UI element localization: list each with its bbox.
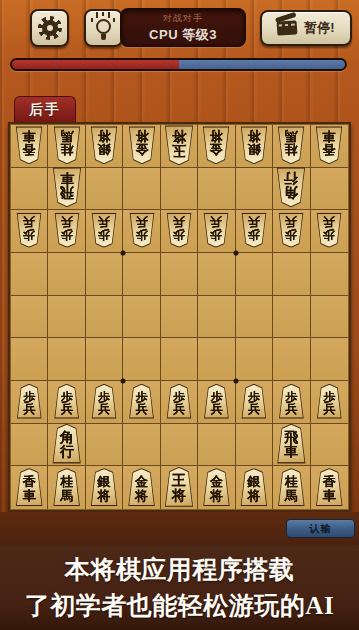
board-cell[interactable] xyxy=(11,424,48,467)
board-cell[interactable]: 角行 xyxy=(273,168,310,211)
board-cell[interactable]: 歩兵 xyxy=(236,381,273,424)
shogi-piece-face: 歩兵 xyxy=(166,214,192,247)
board-cell[interactable] xyxy=(123,253,160,296)
shogi-piece-face: 歩兵 xyxy=(166,385,192,418)
shogi-piece[interactable]: 歩兵 xyxy=(128,213,156,248)
shogi-piece-face: 飛車 xyxy=(276,425,306,463)
hint-button[interactable] xyxy=(84,9,123,47)
shogi-piece[interactable]: 銀将 xyxy=(239,468,269,506)
star-point xyxy=(233,379,238,384)
shogi-piece[interactable]: 歩兵 xyxy=(240,213,268,248)
board-cell[interactable] xyxy=(86,296,123,339)
board-cell[interactable]: 金将 xyxy=(123,125,160,168)
board-cell[interactable]: 香車 xyxy=(11,125,48,168)
board-cell[interactable] xyxy=(123,424,160,467)
board-cell[interactable] xyxy=(11,338,48,381)
board-cell[interactable] xyxy=(198,253,235,296)
resign-button[interactable]: 认输 xyxy=(286,519,355,538)
board-cell[interactable] xyxy=(198,424,235,467)
board-cell[interactable]: 桂馬 xyxy=(273,125,310,168)
board-cell[interactable] xyxy=(48,296,85,339)
shogi-piece[interactable]: 桂馬 xyxy=(52,126,82,164)
shogi-piece[interactable]: 歩兵 xyxy=(277,384,305,419)
shogi-piece[interactable]: 歩兵 xyxy=(53,384,81,419)
board-cell[interactable]: 飛車 xyxy=(273,424,310,467)
shogi-piece[interactable]: 金将 xyxy=(127,468,157,506)
shogi-piece-face: 香車 xyxy=(15,127,43,163)
shogi-piece-face: 玉将 xyxy=(164,126,194,164)
shogi-piece-face: 金将 xyxy=(202,127,230,163)
shogi-piece[interactable]: 銀将 xyxy=(239,126,269,164)
shogi-piece-face: 角行 xyxy=(52,425,82,463)
evaluation-bar xyxy=(10,58,347,71)
shogi-piece-face: 銀将 xyxy=(240,127,268,163)
shogi-piece[interactable]: 歩兵 xyxy=(15,213,43,248)
board-cell[interactable] xyxy=(273,296,310,339)
star-point xyxy=(121,251,126,256)
board-cell[interactable] xyxy=(311,338,348,381)
pause-button-label: 暂停! xyxy=(304,19,334,37)
board-cell[interactable] xyxy=(311,168,348,211)
shogi-piece-face: 銀将 xyxy=(240,469,268,505)
board-cell[interactable] xyxy=(86,424,123,467)
shogi-board[interactable]: 香車桂馬銀将金将玉将金将銀将桂馬香車飛車角行歩兵歩兵歩兵歩兵歩兵歩兵歩兵歩兵歩兵… xyxy=(8,122,351,512)
board-cell[interactable]: 歩兵 xyxy=(11,381,48,424)
shogi-piece[interactable]: 玉将 xyxy=(163,125,195,165)
board-cell[interactable]: 歩兵 xyxy=(236,210,273,253)
shogi-piece[interactable]: 香車 xyxy=(14,468,44,506)
shogi-piece-face: 桂馬 xyxy=(277,127,305,163)
board-cell[interactable] xyxy=(11,168,48,211)
board-cell[interactable]: 金将 xyxy=(198,466,235,509)
board-cell[interactable] xyxy=(161,168,198,211)
board-cell[interactable]: 歩兵 xyxy=(48,381,85,424)
shogi-piece[interactable]: 角行 xyxy=(275,168,307,208)
shogi-piece[interactable]: 飛車 xyxy=(51,168,83,208)
shogi-piece-face: 歩兵 xyxy=(91,385,117,418)
shogi-piece-face: 銀将 xyxy=(90,127,118,163)
board-cell[interactable] xyxy=(86,338,123,381)
board-cell[interactable]: 桂馬 xyxy=(273,466,310,509)
shogi-piece[interactable]: 歩兵 xyxy=(53,213,81,248)
board-cell[interactable]: 歩兵 xyxy=(161,210,198,253)
shogi-piece[interactable]: 歩兵 xyxy=(165,384,193,419)
board-cell[interactable]: 歩兵 xyxy=(161,381,198,424)
board-cell[interactable] xyxy=(48,338,85,381)
board-cell[interactable] xyxy=(161,296,198,339)
shogi-piece-face: 銀将 xyxy=(90,469,118,505)
board-cell[interactable] xyxy=(311,253,348,296)
shogi-piece-face: 歩兵 xyxy=(278,214,304,247)
board-cell[interactable]: 歩兵 xyxy=(311,210,348,253)
evaluation-bar-blue xyxy=(179,60,346,69)
shogi-piece[interactable]: 歩兵 xyxy=(240,384,268,419)
board-cell[interactable]: 歩兵 xyxy=(123,210,160,253)
pause-button[interactable]: 暂停! xyxy=(260,10,352,46)
board-cell[interactable] xyxy=(273,338,310,381)
settings-button[interactable] xyxy=(30,9,69,47)
shogi-piece-face: 桂馬 xyxy=(53,469,81,505)
shogi-piece-face: 金将 xyxy=(202,469,230,505)
shogi-piece-face: 桂馬 xyxy=(53,127,81,163)
shogi-piece-face: 歩兵 xyxy=(241,214,267,247)
board-cell[interactable] xyxy=(123,296,160,339)
board-cell[interactable] xyxy=(236,338,273,381)
shogi-piece[interactable]: 飛車 xyxy=(275,424,307,464)
board-cell[interactable]: 歩兵 xyxy=(48,210,85,253)
bulb-icon xyxy=(96,19,111,34)
shogi-piece[interactable]: 金将 xyxy=(127,126,157,164)
evaluation-bar-red xyxy=(12,60,179,69)
board-cell[interactable]: 銀将 xyxy=(86,466,123,509)
board-cell[interactable] xyxy=(161,253,198,296)
board-cell[interactable] xyxy=(236,168,273,211)
shogi-piece[interactable]: 歩兵 xyxy=(165,213,193,248)
opponent-panel: 对战对手 CPU 等级3 xyxy=(120,8,246,47)
board-cell[interactable]: 香車 xyxy=(11,466,48,509)
board-cell[interactable] xyxy=(86,168,123,211)
opponent-label: 对战对手 xyxy=(163,12,203,25)
shogi-piece[interactable]: 歩兵 xyxy=(90,213,118,248)
board-cell[interactable] xyxy=(311,424,348,467)
board-cell[interactable]: 歩兵 xyxy=(273,210,310,253)
shogi-piece[interactable]: 桂馬 xyxy=(276,468,306,506)
shogi-piece-face: 歩兵 xyxy=(16,214,42,247)
shogi-piece-face: 歩兵 xyxy=(91,214,117,247)
shogi-piece[interactable]: 歩兵 xyxy=(315,213,343,248)
board-cell[interactable]: 歩兵 xyxy=(86,381,123,424)
board-cell[interactable] xyxy=(11,296,48,339)
caption-line-1: 本将棋应用程序搭载 xyxy=(65,553,295,586)
shogi-piece-face: 香車 xyxy=(315,469,343,505)
board-cell[interactable] xyxy=(123,338,160,381)
shogi-piece[interactable]: 香車 xyxy=(314,126,344,164)
board-cell[interactable]: 銀将 xyxy=(86,125,123,168)
shogi-piece-face: 金将 xyxy=(128,469,156,505)
shogi-piece[interactable]: 歩兵 xyxy=(277,213,305,248)
shogi-piece-face: 歩兵 xyxy=(129,385,155,418)
shogi-piece[interactable]: 王将 xyxy=(163,467,195,507)
board-cell[interactable]: 桂馬 xyxy=(48,125,85,168)
star-point xyxy=(233,251,238,256)
board-cell[interactable]: 歩兵 xyxy=(273,381,310,424)
shogi-piece-face: 歩兵 xyxy=(203,214,229,247)
board-cell[interactable] xyxy=(198,296,235,339)
shogi-piece[interactable]: 香車 xyxy=(14,126,44,164)
shogi-piece[interactable]: 歩兵 xyxy=(202,213,230,248)
shogi-piece[interactable]: 桂馬 xyxy=(52,468,82,506)
shogi-piece-face: 歩兵 xyxy=(278,385,304,418)
board-cell[interactable]: 金将 xyxy=(198,125,235,168)
board-cell[interactable]: 香車 xyxy=(311,125,348,168)
shogi-piece[interactable]: 歩兵 xyxy=(202,384,230,419)
shogi-piece[interactable]: 銀将 xyxy=(89,468,119,506)
board-cell[interactable]: 銀将 xyxy=(236,125,273,168)
board-cell[interactable]: 桂馬 xyxy=(48,466,85,509)
caption-area: 本将棋应用程序搭载 了初学者也能轻松游玩的AI xyxy=(0,545,359,630)
shogi-piece[interactable]: 金将 xyxy=(201,468,231,506)
shogi-piece[interactable]: 銀将 xyxy=(89,126,119,164)
board-cell[interactable] xyxy=(236,424,273,467)
shogi-piece[interactable]: 歩兵 xyxy=(15,384,43,419)
opponent-value: CPU 等级3 xyxy=(149,26,217,44)
board-cell[interactable]: 玉将 xyxy=(161,125,198,168)
gear-icon xyxy=(38,16,62,40)
board-cell[interactable]: 王将 xyxy=(161,466,198,509)
board-cell[interactable]: 歩兵 xyxy=(123,381,160,424)
shogi-piece-face: 桂馬 xyxy=(277,469,305,505)
board-cell[interactable]: 歩兵 xyxy=(311,381,348,424)
shogi-piece-face: 歩兵 xyxy=(241,385,267,418)
board-cell[interactable]: 歩兵 xyxy=(86,210,123,253)
shogi-piece-face: 香車 xyxy=(15,469,43,505)
board-cell[interactable] xyxy=(236,296,273,339)
star-point xyxy=(121,379,126,384)
shogi-piece[interactable]: 香車 xyxy=(314,468,344,506)
board-cell[interactable]: 歩兵 xyxy=(198,381,235,424)
shogi-piece-face: 飛車 xyxy=(52,169,82,207)
board-cell[interactable] xyxy=(123,168,160,211)
shogi-piece-face: 金将 xyxy=(128,127,156,163)
board-grid: 香車桂馬銀将金将玉将金将銀将桂馬香車飛車角行歩兵歩兵歩兵歩兵歩兵歩兵歩兵歩兵歩兵… xyxy=(11,125,348,509)
shogi-piece[interactable]: 桂馬 xyxy=(276,126,306,164)
shogi-piece[interactable]: 歩兵 xyxy=(90,384,118,419)
shogi-piece[interactable]: 金将 xyxy=(201,126,231,164)
board-cell[interactable] xyxy=(198,338,235,381)
shogi-piece-face: 歩兵 xyxy=(16,385,42,418)
board-cell[interactable]: 歩兵 xyxy=(11,210,48,253)
board-cell[interactable] xyxy=(161,424,198,467)
board-cell[interactable] xyxy=(311,296,348,339)
shogi-piece-face: 角行 xyxy=(276,169,306,207)
board-cell[interactable]: 金将 xyxy=(123,466,160,509)
shogi-piece[interactable]: 角行 xyxy=(51,424,83,464)
board-cell[interactable] xyxy=(273,253,310,296)
board-cell[interactable]: 角行 xyxy=(48,424,85,467)
board-cell[interactable] xyxy=(86,253,123,296)
board-cell[interactable] xyxy=(48,253,85,296)
board-cell[interactable]: 香車 xyxy=(311,466,348,509)
shogi-piece[interactable]: 歩兵 xyxy=(315,384,343,419)
shogi-piece-face: 歩兵 xyxy=(203,385,229,418)
board-cell[interactable]: 飛車 xyxy=(48,168,85,211)
caption-line-2: 了初学者也能轻松游玩的AI xyxy=(25,589,334,622)
shogi-piece-face: 香車 xyxy=(315,127,343,163)
board-cell[interactable] xyxy=(11,253,48,296)
shogi-piece-face: 歩兵 xyxy=(129,214,155,247)
board-cell[interactable] xyxy=(236,253,273,296)
shogi-piece-face: 歩兵 xyxy=(54,385,80,418)
shogi-piece-face: 歩兵 xyxy=(316,385,342,418)
app-screen: 对战对手 CPU 等级3 暂停! 后手 香車桂馬銀将金将玉将金将銀将桂馬香車飛車… xyxy=(0,0,359,630)
clapper-icon xyxy=(277,20,298,35)
board-cell[interactable] xyxy=(198,168,235,211)
shogi-piece-face: 歩兵 xyxy=(54,214,80,247)
shogi-piece-face: 王将 xyxy=(164,468,194,506)
turn-badge: 后手 xyxy=(14,96,76,123)
shogi-piece-face: 歩兵 xyxy=(316,214,342,247)
board-cell[interactable]: 歩兵 xyxy=(198,210,235,253)
shogi-piece[interactable]: 歩兵 xyxy=(128,384,156,419)
board-cell[interactable] xyxy=(161,338,198,381)
board-cell[interactable]: 銀将 xyxy=(236,466,273,509)
